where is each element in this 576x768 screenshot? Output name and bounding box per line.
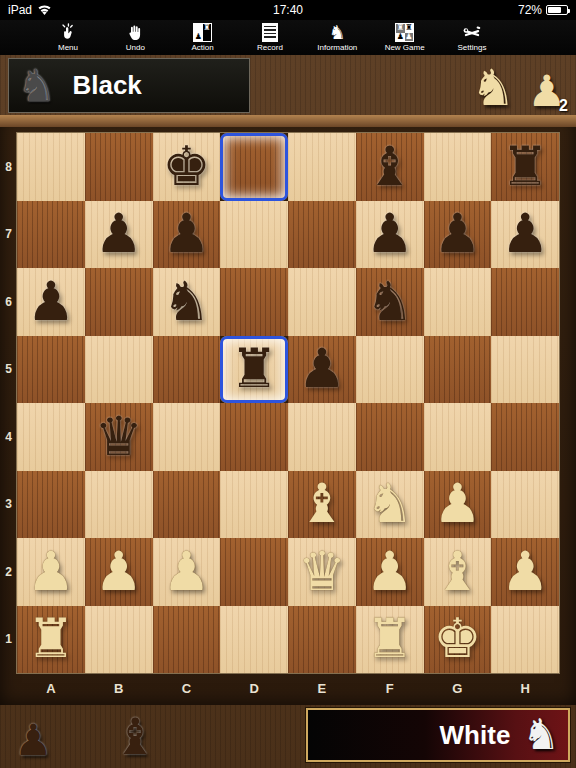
square-e5[interactable]: ♟ <box>288 336 356 404</box>
menu-button[interactable]: Menu <box>40 22 96 52</box>
file-label-g: G <box>424 675 492 701</box>
square-a4[interactable] <box>17 403 85 471</box>
square-f6[interactable]: ♞ <box>356 268 424 336</box>
undo-hand-icon <box>125 22 145 43</box>
black-pawn: ♟ <box>162 207 210 261</box>
square-d8[interactable] <box>220 133 288 201</box>
white-bishop: ♝ <box>433 545 481 599</box>
white-pawn: ♟ <box>501 545 549 599</box>
white-king: ♚ <box>433 612 481 666</box>
square-g8[interactable] <box>424 133 492 201</box>
white-player-label: White <box>440 720 511 751</box>
white-queen: ♛ <box>298 545 346 599</box>
square-g5[interactable] <box>424 336 492 404</box>
square-b3[interactable] <box>85 471 153 539</box>
square-h8[interactable]: ♜ <box>491 133 559 201</box>
square-d5[interactable]: ♜ <box>220 336 288 404</box>
square-c7[interactable]: ♟ <box>153 201 221 269</box>
square-a6[interactable]: ♟ <box>17 268 85 336</box>
rank-label-6: 6 <box>0 268 17 336</box>
black-rook: ♜ <box>230 342 278 396</box>
square-h5[interactable] <box>491 336 559 404</box>
black-bishop: ♝ <box>365 140 413 194</box>
black-knight: ♞ <box>162 275 210 329</box>
battery-fill <box>548 7 561 13</box>
black-pawn: ♟ <box>365 207 413 261</box>
rank-label-5: 5 <box>0 336 17 404</box>
black-king: ♚ <box>162 140 210 194</box>
square-c5[interactable] <box>153 336 221 404</box>
square-a7[interactable] <box>17 201 85 269</box>
square-e2[interactable]: ♛ <box>288 538 356 606</box>
battery-icon <box>546 5 568 15</box>
black-player-label: Black <box>72 70 141 101</box>
square-h3[interactable] <box>491 471 559 539</box>
square-e3[interactable]: ♝ <box>288 471 356 539</box>
new-game-button[interactable]: ♜ ♜ ♟ ♟ New Game <box>377 22 433 52</box>
black-knight-icon: ♞ <box>17 64 56 108</box>
white-pawn: ♟ <box>94 545 142 599</box>
action-label: Action <box>192 43 214 52</box>
rank-label-4: 4 <box>0 403 17 471</box>
square-d2[interactable] <box>220 538 288 606</box>
square-g6[interactable] <box>424 268 492 336</box>
square-f1[interactable]: ♜ <box>356 606 424 674</box>
white-pawn: ♟ <box>27 545 75 599</box>
square-g4[interactable] <box>424 403 492 471</box>
square-d4[interactable] <box>220 403 288 471</box>
captured-white-pawn: ♟2 <box>528 70 568 113</box>
settings-button[interactable]: Settings <box>444 22 500 52</box>
file-label-f: F <box>356 675 424 701</box>
square-f3[interactable]: ♞ <box>356 471 424 539</box>
white-knight: ♞ <box>365 477 413 531</box>
square-c2[interactable]: ♟ <box>153 538 221 606</box>
square-b5[interactable] <box>85 336 153 404</box>
information-button[interactable]: ♞ Information <box>309 22 365 52</box>
square-h6[interactable] <box>491 268 559 336</box>
black-knight: ♞ <box>365 275 413 329</box>
settings-tools-icon <box>461 22 483 43</box>
status-bar: iPad 17:40 72% <box>0 0 576 20</box>
file-label-d: D <box>220 675 288 701</box>
record-button[interactable]: Record <box>242 22 298 52</box>
square-d7[interactable] <box>220 201 288 269</box>
white-pawn: ♟ <box>365 545 413 599</box>
rank-labels: 87654321 <box>0 133 17 673</box>
board-grid: ♚♝♜♟♟♟♟♟♟♞♞♜♟♛♝♞♟♟♟♟♛♟♝♟♜♜♚ <box>17 133 559 673</box>
white-pawn: ♟ <box>162 545 210 599</box>
black-player-banner: ♞ Black <box>8 58 250 113</box>
black-pawn: ♟ <box>298 342 346 396</box>
square-g7[interactable]: ♟ <box>424 201 492 269</box>
square-b7[interactable]: ♟ <box>85 201 153 269</box>
toolbar: Menu Undo ♜ ♟ Action Record ♞ Inform <box>0 20 576 55</box>
white-knight-icon: ♞ <box>522 714 560 756</box>
information-label: Information <box>317 43 357 52</box>
black-pawn: ♟ <box>94 207 142 261</box>
file-label-a: A <box>17 675 85 701</box>
record-document-icon <box>262 22 278 43</box>
square-c3[interactable] <box>153 471 221 539</box>
captured-black-bishop: ♝ <box>113 712 158 762</box>
file-label-c: C <box>153 675 221 701</box>
black-pawn: ♟ <box>27 275 75 329</box>
board-frame: 87654321 ♚♝♜♟♟♟♟♟♟♞♞♜♟♛♝♞♟♟♟♟♛♟♝♟♜♜♚ ABC… <box>0 115 576 705</box>
rank-label-7: 7 <box>0 201 17 269</box>
captured-by-white-tray: ♟♝ <box>14 706 157 762</box>
white-rook: ♜ <box>27 612 75 666</box>
menu-hand-icon <box>58 22 78 43</box>
square-e4[interactable] <box>288 403 356 471</box>
rank-label-3: 3 <box>0 471 17 539</box>
action-board-icon: ♜ ♟ <box>193 22 212 43</box>
square-c4[interactable] <box>153 403 221 471</box>
action-button[interactable]: ♜ ♟ Action <box>175 22 231 52</box>
clock-time: 17:40 <box>0 3 576 17</box>
square-c8[interactable]: ♚ <box>153 133 221 201</box>
information-knight-icon: ♞ <box>329 22 346 43</box>
square-g2[interactable]: ♝ <box>424 538 492 606</box>
file-label-b: B <box>85 675 153 701</box>
square-a3[interactable] <box>17 471 85 539</box>
rank-label-1: 1 <box>0 606 17 674</box>
square-f4[interactable] <box>356 403 424 471</box>
square-d6[interactable] <box>220 268 288 336</box>
square-e6[interactable] <box>288 268 356 336</box>
settings-label: Settings <box>458 43 487 52</box>
square-g3[interactable]: ♟ <box>424 471 492 539</box>
rank-label-8: 8 <box>0 133 17 201</box>
square-a2[interactable]: ♟ <box>17 538 85 606</box>
square-f5[interactable] <box>356 336 424 404</box>
square-h2[interactable]: ♟ <box>491 538 559 606</box>
file-labels: ABCDEFGH <box>17 675 559 701</box>
white-pawn: ♟ <box>433 477 481 531</box>
square-d3[interactable] <box>220 471 288 539</box>
file-label-h: H <box>491 675 559 701</box>
new-game-label: New Game <box>385 43 425 52</box>
square-b8[interactable] <box>85 133 153 201</box>
square-a1[interactable]: ♜ <box>17 606 85 674</box>
square-h4[interactable] <box>491 403 559 471</box>
square-e1[interactable] <box>288 606 356 674</box>
menu-label: Menu <box>58 43 78 52</box>
square-f2[interactable]: ♟ <box>356 538 424 606</box>
white-rook: ♜ <box>365 612 413 666</box>
square-g1[interactable]: ♚ <box>424 606 492 674</box>
battery-percent-label: 72% <box>518 3 542 17</box>
record-label: Record <box>257 43 283 52</box>
square-a8[interactable] <box>17 133 85 201</box>
square-c6[interactable]: ♞ <box>153 268 221 336</box>
file-label-e: E <box>288 675 356 701</box>
square-c1[interactable] <box>153 606 221 674</box>
captured-count: 2 <box>559 98 568 114</box>
square-e8[interactable] <box>288 133 356 201</box>
undo-button[interactable]: Undo <box>107 22 163 52</box>
captured-black-pawn: ♟ <box>14 719 53 762</box>
square-b6[interactable] <box>85 268 153 336</box>
square-b2[interactable]: ♟ <box>85 538 153 606</box>
square-h7[interactable]: ♟ <box>491 201 559 269</box>
black-pawn: ♟ <box>433 207 481 261</box>
captured-by-black-tray: ♞♟2 <box>471 60 568 113</box>
captured-white-knight: ♞ <box>471 63 516 113</box>
square-d1[interactable] <box>220 606 288 674</box>
square-f8[interactable]: ♝ <box>356 133 424 201</box>
rank-label-2: 2 <box>0 538 17 606</box>
square-e7[interactable] <box>288 201 356 269</box>
square-h1[interactable] <box>491 606 559 674</box>
white-player-banner: White ♞ <box>306 708 570 762</box>
black-queen: ♛ <box>94 410 142 464</box>
new-game-board-icon: ♜ ♜ ♟ ♟ <box>395 22 414 43</box>
square-f7[interactable]: ♟ <box>356 201 424 269</box>
black-rook: ♜ <box>501 140 549 194</box>
white-bishop: ♝ <box>298 477 346 531</box>
undo-label: Undo <box>126 43 145 52</box>
black-pawn: ♟ <box>501 207 549 261</box>
square-a5[interactable] <box>17 336 85 404</box>
square-b1[interactable] <box>85 606 153 674</box>
square-b4[interactable]: ♛ <box>85 403 153 471</box>
